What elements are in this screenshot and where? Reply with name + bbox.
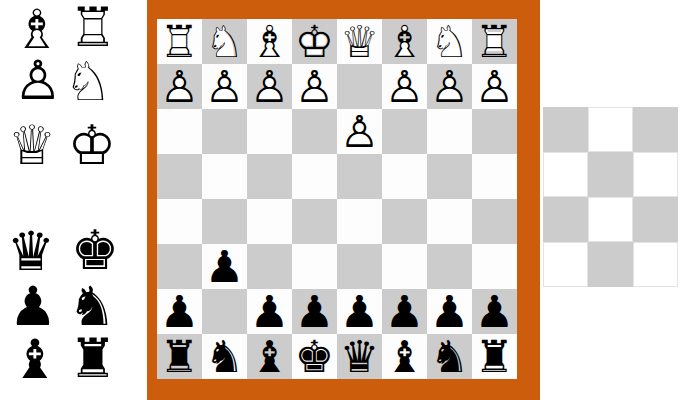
- square-g4[interactable]: [202, 154, 247, 199]
- piece-fill-white-queen: ♛: [337, 19, 382, 64]
- piece-fill-white-king: ♚: [292, 19, 337, 64]
- piece-white-knight: ♘: [202, 19, 247, 64]
- square-b3[interactable]: [427, 109, 472, 154]
- piece-black-rook: ♜: [63, 329, 123, 389]
- piece-fill-white-rook: ♜: [472, 19, 517, 64]
- piece-fill-white-pawn: ♟: [247, 64, 292, 109]
- piece-black-rook: ♜: [157, 334, 202, 379]
- palette-white-king-icon[interactable]: ♚♔: [62, 116, 122, 176]
- square-h7[interactable]: ♟: [157, 289, 202, 334]
- piece-black-queen: ♛: [1, 222, 61, 282]
- square-a2[interactable]: ♟♙: [472, 64, 517, 109]
- square-b4[interactable]: [427, 154, 472, 199]
- piece-black-pawn: ♟: [3, 277, 63, 337]
- piece-white-rook: ♖: [63, 0, 123, 58]
- piece-black-pawn: ♟: [427, 289, 472, 334]
- piece-white-king: ♔: [62, 116, 122, 176]
- square-f2[interactable]: ♟♙: [247, 64, 292, 109]
- square-c1[interactable]: ♝♗: [382, 19, 427, 64]
- palette-black-queen-icon[interactable]: ♛: [1, 222, 61, 282]
- square-e7[interactable]: ♟: [292, 289, 337, 334]
- piece-fill-white-knight: ♞: [427, 19, 472, 64]
- piece-fill-white-pawn: ♟: [427, 64, 472, 109]
- square-e2[interactable]: ♟♙: [292, 64, 337, 109]
- piece-white-bishop: ♗: [247, 19, 292, 64]
- piece-white-queen: ♕: [2, 116, 62, 176]
- mini-cell-r3c2: [588, 197, 633, 242]
- square-c4[interactable]: [382, 154, 427, 199]
- piece-fill-white-pawn: ♟: [337, 109, 382, 154]
- piece-fill-white-queen: ♛: [2, 116, 62, 176]
- palette-white-rook-icon[interactable]: ♜♖: [63, 0, 123, 58]
- square-g8[interactable]: ♞: [202, 334, 247, 379]
- square-c2[interactable]: ♟♙: [382, 64, 427, 109]
- piece-black-pawn: ♟: [382, 289, 427, 334]
- square-h8[interactable]: ♜: [157, 334, 202, 379]
- piece-black-king: ♚: [65, 221, 125, 281]
- square-d5[interactable]: [337, 199, 382, 244]
- square-b2[interactable]: ♟♙: [427, 64, 472, 109]
- square-a6[interactable]: [472, 244, 517, 289]
- mini-cell-r1c2: [588, 107, 633, 152]
- piece-white-rook: ♖: [157, 19, 202, 64]
- square-e4[interactable]: [292, 154, 337, 199]
- square-h4[interactable]: [157, 154, 202, 199]
- square-h3[interactable]: [157, 109, 202, 154]
- palette-black-pawn-icon[interactable]: ♟: [3, 277, 63, 337]
- square-c6[interactable]: [382, 244, 427, 289]
- piece-fill-white-king: ♚: [62, 116, 122, 176]
- palette-white-queen-icon[interactable]: ♛♕: [2, 116, 62, 176]
- square-e8[interactable]: ♚: [292, 334, 337, 379]
- square-g5[interactable]: [202, 199, 247, 244]
- piece-white-queen: ♕: [337, 19, 382, 64]
- piece-black-knight: ♞: [427, 334, 472, 379]
- piece-white-pawn: ♙: [202, 64, 247, 109]
- piece-white-pawn: ♙: [247, 64, 292, 109]
- square-g1[interactable]: ♞♘: [202, 19, 247, 64]
- square-f4[interactable]: [247, 154, 292, 199]
- square-f6[interactable]: [247, 244, 292, 289]
- palette-white-knight-icon[interactable]: ♞♘: [58, 52, 118, 112]
- square-f7[interactable]: ♟: [247, 289, 292, 334]
- square-a8[interactable]: ♜: [472, 334, 517, 379]
- piece-white-pawn: ♙: [472, 64, 517, 109]
- square-e6[interactable]: [292, 244, 337, 289]
- piece-fill-white-pawn: ♟: [472, 64, 517, 109]
- board-grid: ♜♖♞♘♝♗♚♔♛♕♝♗♞♘♜♖♟♙♟♙♟♙♟♙♟♙♟♙♟♙♟♙♟♟♟♟♟♟♟♟…: [157, 19, 517, 379]
- square-b1[interactable]: ♞♘: [427, 19, 472, 64]
- palette-white-pieces: ♝♗♜♖♟♙♞♘♛♕♚♔: [0, 0, 147, 176]
- square-g2[interactable]: ♟♙: [202, 64, 247, 109]
- square-g7[interactable]: [202, 289, 247, 334]
- piece-white-pawn: ♙: [382, 64, 427, 109]
- square-f3[interactable]: [247, 109, 292, 154]
- palette-black-bishop-icon[interactable]: ♝: [5, 330, 65, 390]
- piece-fill-white-pawn: ♟: [202, 64, 247, 109]
- piece-white-pawn: ♙: [292, 64, 337, 109]
- palette-black-rook-icon[interactable]: ♜: [63, 329, 123, 389]
- piece-fill-white-pawn: ♟: [382, 64, 427, 109]
- square-a1[interactable]: ♜♖: [472, 19, 517, 64]
- palette-black-knight-icon[interactable]: ♞: [62, 277, 122, 337]
- square-c7[interactable]: ♟: [382, 289, 427, 334]
- square-g3[interactable]: [202, 109, 247, 154]
- square-c3[interactable]: [382, 109, 427, 154]
- piece-fill-white-knight: ♞: [202, 19, 247, 64]
- piece-black-pawn: ♟: [247, 289, 292, 334]
- piece-white-rook: ♖: [472, 19, 517, 64]
- square-c8[interactable]: ♝: [382, 334, 427, 379]
- square-b6[interactable]: [427, 244, 472, 289]
- square-d8[interactable]: ♛: [337, 334, 382, 379]
- mini-cell-r2c2: [588, 152, 633, 197]
- mini-cell-r3c1: [543, 197, 588, 242]
- square-c5[interactable]: [382, 199, 427, 244]
- square-h5[interactable]: [157, 199, 202, 244]
- square-e3[interactable]: [292, 109, 337, 154]
- piece-black-pawn: ♟: [337, 289, 382, 334]
- square-d6[interactable]: [337, 244, 382, 289]
- square-d7[interactable]: ♟: [337, 289, 382, 334]
- mini-checkerboard: [543, 107, 678, 287]
- piece-fill-white-rook: ♜: [63, 0, 123, 58]
- square-f1[interactable]: ♝♗: [247, 19, 292, 64]
- piece-black-pawn: ♟: [472, 289, 517, 334]
- piece-black-knight: ♞: [62, 277, 122, 337]
- square-b7[interactable]: ♟: [427, 289, 472, 334]
- piece-black-king: ♚: [292, 334, 337, 379]
- square-f8[interactable]: ♝: [247, 334, 292, 379]
- square-e5[interactable]: [292, 199, 337, 244]
- piece-black-queen: ♛: [337, 334, 382, 379]
- piece-white-bishop: ♗: [382, 19, 427, 64]
- piece-black-bishop: ♝: [5, 330, 65, 390]
- piece-black-knight: ♞: [202, 334, 247, 379]
- piece-white-knight: ♘: [58, 52, 118, 112]
- mini-cell-r1c3: [633, 107, 678, 152]
- piece-black-pawn: ♟: [202, 244, 247, 289]
- chess-board-frame: ♜♖♞♘♝♗♚♔♛♕♝♗♞♘♜♖♟♙♟♙♟♙♟♙♟♙♟♙♟♙♟♙♟♟♟♟♟♟♟♟…: [147, 0, 540, 400]
- piece-white-pawn: ♙: [427, 64, 472, 109]
- piece-fill-white-bishop: ♝: [382, 19, 427, 64]
- piece-black-pawn: ♟: [157, 289, 202, 334]
- mini-cell-r3c3: [633, 197, 678, 242]
- square-a3[interactable]: [472, 109, 517, 154]
- mini-cell-r2c3: [633, 152, 678, 197]
- mini-cell-r4c1: [543, 242, 588, 287]
- square-d3[interactable]: ♟♙: [337, 109, 382, 154]
- piece-fill-white-knight: ♞: [58, 52, 118, 112]
- piece-fill-white-pawn: ♟: [157, 64, 202, 109]
- piece-palette: ♝♗♜♖♟♙♞♘♛♕♚♔ ♛♚♟♞♝♜: [0, 0, 147, 400]
- square-d4[interactable]: [337, 154, 382, 199]
- piece-white-king: ♔: [292, 19, 337, 64]
- piece-fill-white-rook: ♜: [157, 19, 202, 64]
- mini-cell-r2c1: [543, 152, 588, 197]
- square-h2[interactable]: ♟♙: [157, 64, 202, 109]
- piece-black-bishop: ♝: [382, 334, 427, 379]
- square-d1[interactable]: ♛♕: [337, 19, 382, 64]
- palette-black-pieces: ♛♚♟♞♝♜: [0, 221, 147, 391]
- palette-black-king-icon[interactable]: ♚: [65, 221, 125, 281]
- mini-cell-r4c2: [588, 242, 633, 287]
- square-f5[interactable]: [247, 199, 292, 244]
- piece-white-knight: ♘: [427, 19, 472, 64]
- square-b8[interactable]: ♞: [427, 334, 472, 379]
- square-b5[interactable]: [427, 199, 472, 244]
- mini-cell-r1c1: [543, 107, 588, 152]
- square-d2[interactable]: [337, 64, 382, 109]
- piece-white-pawn: ♙: [157, 64, 202, 109]
- mini-cell-r4c3: [633, 242, 678, 287]
- square-a4[interactable]: [472, 154, 517, 199]
- square-h6[interactable]: [157, 244, 202, 289]
- square-e1[interactable]: ♚♔: [292, 19, 337, 64]
- square-a7[interactable]: ♟: [472, 289, 517, 334]
- piece-white-pawn: ♙: [337, 109, 382, 154]
- piece-black-pawn: ♟: [292, 289, 337, 334]
- square-a5[interactable]: [472, 199, 517, 244]
- piece-fill-white-pawn: ♟: [292, 64, 337, 109]
- piece-fill-white-bishop: ♝: [247, 19, 292, 64]
- piece-black-bishop: ♝: [247, 334, 292, 379]
- square-g6[interactable]: ♟: [202, 244, 247, 289]
- piece-black-rook: ♜: [472, 334, 517, 379]
- square-h1[interactable]: ♜♖: [157, 19, 202, 64]
